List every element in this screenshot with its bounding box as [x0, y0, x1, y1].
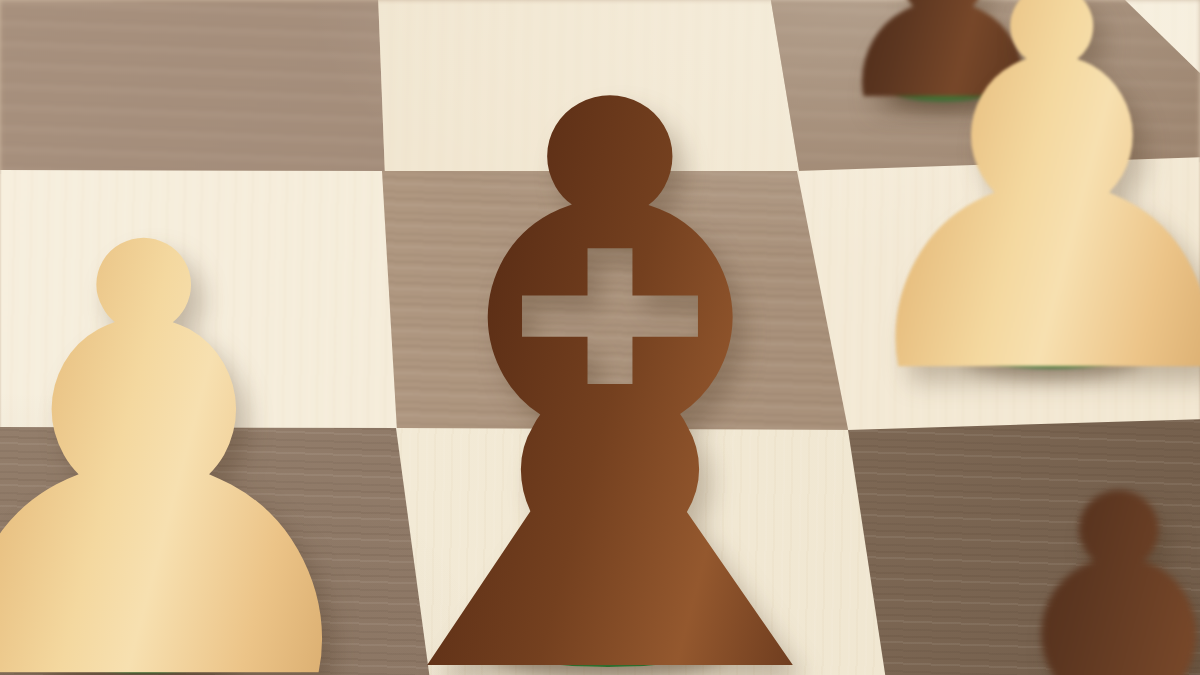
chessboard-photo: ♟♟♟♟♝ [0, 0, 1200, 675]
black-bishop-e4: ♝ [220, 5, 1000, 675]
